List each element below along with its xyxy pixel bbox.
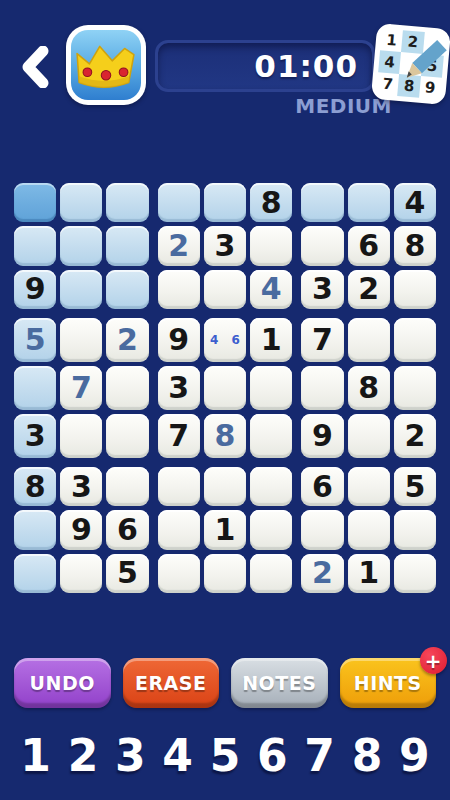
cell-r2c2[interactable] — [106, 270, 148, 309]
cell-r7c7[interactable] — [348, 510, 390, 549]
erase-button-label: ERASE — [135, 672, 206, 694]
cell-r1c7[interactable]: 6 — [348, 226, 390, 265]
sudoku-app-screen: 01:00 MEDIUM 1245789 9823446832527394613… — [0, 0, 450, 800]
cell-r5c8[interactable]: 2 — [394, 414, 436, 458]
numpad-4[interactable]: 4 — [154, 726, 201, 786]
cell-r4c0[interactable] — [14, 366, 56, 410]
cell-r2c5[interactable]: 4 — [250, 270, 292, 309]
cell-r3c8[interactable] — [394, 318, 436, 362]
cell-r7c4[interactable]: 1 — [204, 510, 246, 549]
app-logo[interactable] — [66, 25, 146, 105]
toolbar: UNDO ERASE NOTES HINTS + — [14, 658, 436, 708]
cell-r7c3[interactable] — [158, 510, 200, 549]
cell-r1c8[interactable]: 8 — [394, 226, 436, 265]
cell-r6c8[interactable]: 5 — [394, 467, 436, 506]
cell-r1c6[interactable] — [301, 226, 343, 265]
cell-r4c8[interactable] — [394, 366, 436, 410]
cell-r0c6[interactable] — [301, 183, 343, 222]
hints-plus-badge[interactable]: + — [420, 647, 447, 674]
cell-r6c3[interactable] — [158, 467, 200, 506]
note-slot-2 — [220, 322, 231, 334]
note-slot-8 — [220, 346, 231, 358]
cell-r3c4[interactable]: 46 — [204, 318, 246, 362]
crown-icon — [75, 40, 137, 90]
cell-r6c0[interactable]: 8 — [14, 467, 56, 506]
cell-r5c3[interactable]: 7 — [158, 414, 200, 458]
cell-r4c3[interactable]: 3 — [158, 366, 200, 410]
back-button[interactable] — [20, 46, 50, 88]
board-block-4: 9461378 — [158, 318, 293, 458]
app-logo-background — [71, 30, 141, 100]
numpad-3[interactable]: 3 — [107, 726, 154, 786]
pencil-icon — [371, 23, 450, 105]
cell-r5c2[interactable] — [106, 414, 148, 458]
cell-r8c5[interactable] — [250, 554, 292, 593]
cell-r5c1[interactable] — [60, 414, 102, 458]
cell-r8c2[interactable]: 5 — [106, 554, 148, 593]
cell-r7c0[interactable] — [14, 510, 56, 549]
cell-r0c5[interactable]: 8 — [250, 183, 292, 222]
hints-button-label: HINTS — [354, 672, 422, 694]
cell-r3c6[interactable]: 7 — [301, 318, 343, 362]
note-slot-7 — [209, 346, 220, 358]
cell-r0c4[interactable] — [204, 183, 246, 222]
board-block-0: 9 — [14, 183, 149, 309]
cell-r5c7[interactable] — [348, 414, 390, 458]
notes-button-label: NOTES — [242, 672, 316, 694]
cell-r0c0[interactable] — [14, 183, 56, 222]
board-block-8: 6521 — [301, 467, 436, 593]
cell-r3c0[interactable]: 5 — [14, 318, 56, 362]
numpad-6[interactable]: 6 — [249, 726, 296, 786]
cell-r1c4[interactable]: 3 — [204, 226, 246, 265]
board-block-3: 5273 — [14, 318, 149, 458]
note-slot-6: 6 — [230, 334, 241, 346]
board-block-6: 83965 — [14, 467, 149, 593]
cell-r0c7[interactable] — [348, 183, 390, 222]
mini-sudoku-icon: 1245789 — [371, 23, 450, 105]
cell-r0c2[interactable] — [106, 183, 148, 222]
cell-r5c0[interactable]: 3 — [14, 414, 56, 458]
cell-r6c1[interactable]: 3 — [60, 467, 102, 506]
cell-r2c0[interactable]: 9 — [14, 270, 56, 309]
cell-r8c6[interactable]: 2 — [301, 554, 343, 593]
timer-pill: 01:00 — [155, 40, 375, 92]
note-slot-4: 4 — [209, 334, 220, 346]
cell-r2c8[interactable] — [394, 270, 436, 309]
cell-r1c2[interactable] — [106, 226, 148, 265]
cell-r4c5[interactable] — [250, 366, 292, 410]
numpad-8[interactable]: 8 — [343, 726, 390, 786]
cell-r7c5[interactable] — [250, 510, 292, 549]
cell-r7c8[interactable] — [394, 510, 436, 549]
cell-r3c1[interactable] — [60, 318, 102, 362]
erase-button[interactable]: ERASE — [123, 658, 220, 708]
cell-r8c7[interactable]: 1 — [348, 554, 390, 593]
notes-button[interactable]: NOTES — [231, 658, 328, 708]
timer-value: 01:00 — [254, 48, 372, 84]
numpad-2[interactable]: 2 — [59, 726, 106, 786]
numpad-7[interactable]: 7 — [296, 726, 343, 786]
cell-r4c6[interactable] — [301, 366, 343, 410]
cell-r7c6[interactable] — [301, 510, 343, 549]
cell-r6c6[interactable]: 6 — [301, 467, 343, 506]
number-pad: 123456789 — [12, 726, 438, 786]
cell-r2c6[interactable]: 3 — [301, 270, 343, 309]
cell-r4c2[interactable] — [106, 366, 148, 410]
board-block-2: 46832 — [301, 183, 436, 309]
cell-r0c3[interactable] — [158, 183, 200, 222]
cell-r8c0[interactable] — [14, 554, 56, 593]
cell-r7c1[interactable]: 9 — [60, 510, 102, 549]
cell-r7c2[interactable]: 6 — [106, 510, 148, 549]
note-slot-9 — [230, 346, 241, 358]
cell-r8c4[interactable] — [204, 554, 246, 593]
cell-r4c1[interactable]: 7 — [60, 366, 102, 410]
cell-r6c2[interactable] — [106, 467, 148, 506]
numpad-5[interactable]: 5 — [201, 726, 248, 786]
cell-r2c1[interactable] — [60, 270, 102, 309]
cell-r2c4[interactable] — [204, 270, 246, 309]
cell-r5c4[interactable]: 8 — [204, 414, 246, 458]
cell-r1c3[interactable]: 2 — [158, 226, 200, 265]
cell-r2c3[interactable] — [158, 270, 200, 309]
note-slot-5 — [220, 334, 231, 346]
cell-r6c5[interactable] — [250, 467, 292, 506]
hints-button[interactable]: HINTS + — [340, 658, 437, 708]
sudoku-board: 98234468325273946137878928396516521 — [14, 183, 436, 593]
cell-r0c1[interactable] — [60, 183, 102, 222]
cell-r3c3[interactable]: 9 — [158, 318, 200, 362]
cell-r3c2[interactable]: 2 — [106, 318, 148, 362]
undo-button-label: UNDO — [30, 672, 95, 694]
cell-r8c8[interactable] — [394, 554, 436, 593]
back-chevron-icon — [20, 46, 50, 88]
cell-r1c0[interactable] — [14, 226, 56, 265]
cell-r6c7[interactable] — [348, 467, 390, 506]
cell-r6c4[interactable] — [204, 467, 246, 506]
cell-r8c1[interactable] — [60, 554, 102, 593]
cell-r3c5[interactable]: 1 — [250, 318, 292, 362]
cell-r0c8[interactable]: 4 — [394, 183, 436, 222]
cell-r2c7[interactable]: 2 — [348, 270, 390, 309]
undo-button[interactable]: UNDO — [14, 658, 111, 708]
pencil-notes: 46 — [204, 318, 246, 362]
board-block-1: 8234 — [158, 183, 293, 309]
board-block-5: 7892 — [301, 318, 436, 458]
cell-r1c1[interactable] — [60, 226, 102, 265]
cell-r3c7[interactable] — [348, 318, 390, 362]
cell-r5c6[interactable]: 9 — [301, 414, 343, 458]
board-block-7: 1 — [158, 467, 293, 593]
cell-r4c7[interactable]: 8 — [348, 366, 390, 410]
numpad-9[interactable]: 9 — [391, 726, 438, 786]
cell-r4c4[interactable] — [204, 366, 246, 410]
cell-r8c3[interactable] — [158, 554, 200, 593]
cell-r5c5[interactable] — [250, 414, 292, 458]
cell-r1c5[interactable] — [250, 226, 292, 265]
numpad-1[interactable]: 1 — [12, 726, 59, 786]
